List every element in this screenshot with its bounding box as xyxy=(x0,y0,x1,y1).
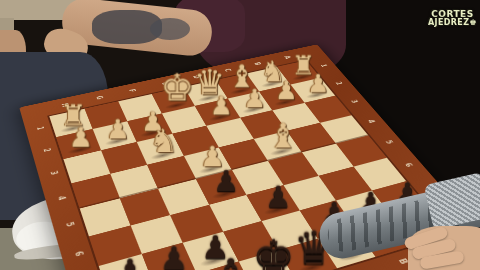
square-d6: ♟ xyxy=(246,185,299,221)
rank-label-left-4: 4 xyxy=(55,193,66,202)
white-p-d2: ♟ xyxy=(210,93,233,119)
file-label-far-f: F xyxy=(126,88,136,94)
white-p-b2: ♟ xyxy=(275,79,298,104)
rank-label-left-3: 3 xyxy=(48,169,59,177)
rank-label-right-1: 1 xyxy=(318,63,329,69)
logo-king-icon: ♚ xyxy=(469,18,477,27)
black-b-f8: ♝ xyxy=(212,254,249,270)
white-k-e1: ♚ xyxy=(160,70,193,107)
black-p-h7: ♟ xyxy=(115,255,145,270)
rank-label-left-1: 1 xyxy=(34,125,44,132)
rank-label-left-6: 6 xyxy=(72,248,84,259)
white-p-c2: ♟ xyxy=(243,86,266,112)
white-p-h2: ♟ xyxy=(69,125,93,152)
rank-label-right-5: 5 xyxy=(382,139,394,147)
white-p-g2: ♟ xyxy=(106,117,130,144)
rank-label-right-4: 4 xyxy=(364,118,376,125)
rank-label-right-6: 6 xyxy=(401,161,414,169)
white-b-c4: ♝ xyxy=(268,120,299,154)
rank-label-right-2: 2 xyxy=(332,80,343,86)
rank-label-left-5: 5 xyxy=(63,220,75,230)
file-label-far-g: G xyxy=(93,95,103,102)
white-p-a2: ♟ xyxy=(307,72,329,97)
black-p-e5: ♟ xyxy=(213,167,239,196)
white-n-f3: ♞ xyxy=(149,125,178,157)
rank-label-right-3: 3 xyxy=(348,98,359,105)
rank-label-left-2: 2 xyxy=(41,146,52,154)
black-p-d6: ♟ xyxy=(265,183,292,213)
logo-line2: AJEDREZ♚ xyxy=(428,19,477,27)
black-k-e8: ♚ xyxy=(252,235,295,270)
channel-logo: CORTES AJEDREZ♚ xyxy=(428,10,477,28)
